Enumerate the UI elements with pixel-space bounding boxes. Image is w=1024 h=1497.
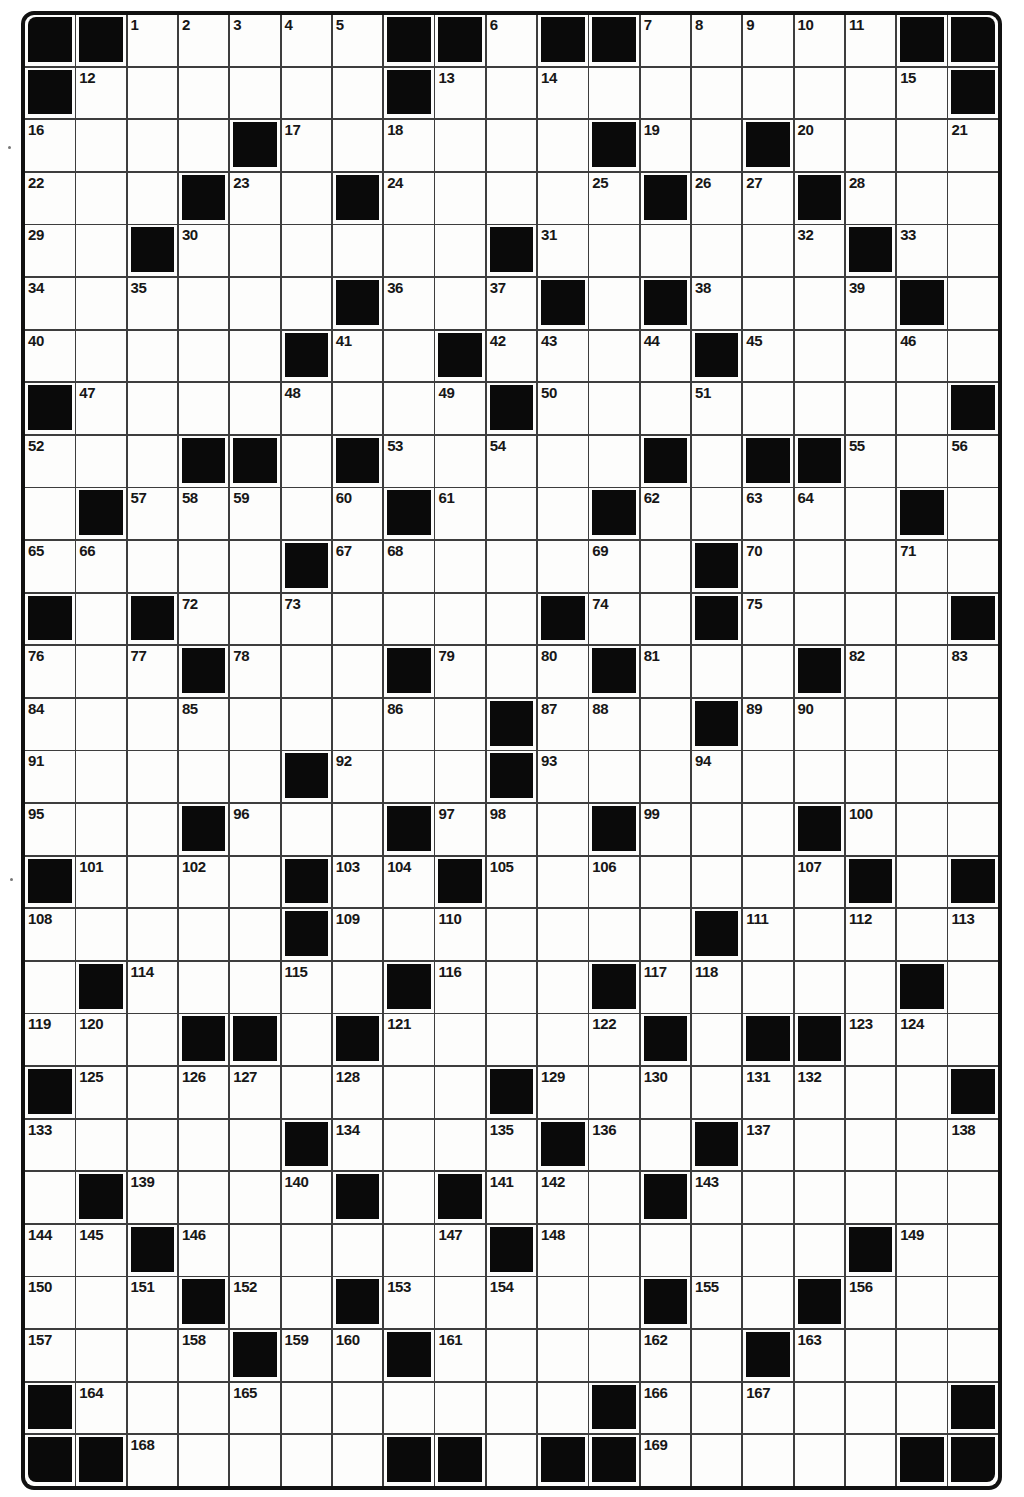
cell-r15-c18[interactable]	[948, 804, 998, 855]
cell-r7-c5[interactable]: 48	[282, 383, 332, 434]
cell-r7-c10[interactable]: 50	[538, 383, 588, 434]
cell-r8-c17[interactable]	[897, 436, 947, 487]
cell-r24-c10[interactable]	[538, 1277, 588, 1328]
cell-r11-c8[interactable]	[435, 594, 485, 645]
cell-r7-c6[interactable]	[333, 383, 383, 434]
cell-r3-c7[interactable]: 24	[384, 173, 434, 224]
cell-r15-c9[interactable]: 98	[487, 804, 537, 855]
cell-r26-c6[interactable]	[333, 1383, 383, 1434]
cell-r0-c12[interactable]: 7	[641, 15, 691, 66]
cell-r0-c4[interactable]: 3	[230, 15, 280, 66]
cell-r0-c13[interactable]: 8	[692, 15, 742, 66]
cell-r23-c5[interactable]	[282, 1225, 332, 1276]
cell-r9-c18[interactable]	[948, 488, 998, 539]
cell-r6-c14[interactable]: 45	[743, 331, 793, 382]
cell-r23-c0[interactable]: 144	[25, 1225, 75, 1276]
cell-r16-c11[interactable]: 106	[589, 857, 639, 908]
cell-r19-c8[interactable]	[435, 1014, 485, 1065]
cell-r9-c9[interactable]	[487, 488, 537, 539]
cell-r27-c5[interactable]	[282, 1435, 332, 1486]
cell-r6-c12[interactable]: 44	[641, 331, 691, 382]
cell-r24-c18[interactable]	[948, 1277, 998, 1328]
cell-r21-c18[interactable]: 138	[948, 1120, 998, 1171]
cell-r5-c1[interactable]	[76, 278, 126, 329]
cell-r20-c3[interactable]: 126	[179, 1067, 229, 1118]
cell-r27-c15[interactable]	[795, 1435, 845, 1486]
cell-r11-c1[interactable]	[76, 594, 126, 645]
cell-r25-c12[interactable]: 162	[641, 1330, 691, 1381]
cell-r17-c6[interactable]: 109	[333, 909, 383, 960]
cell-r8-c10[interactable]	[538, 436, 588, 487]
cell-r22-c0[interactable]	[25, 1172, 75, 1223]
cell-r3-c0[interactable]: 22	[25, 173, 75, 224]
cell-r8-c0[interactable]: 52	[25, 436, 75, 487]
cell-r5-c13[interactable]: 38	[692, 278, 742, 329]
cell-r8-c16[interactable]: 55	[846, 436, 896, 487]
cell-r23-c12[interactable]	[641, 1225, 691, 1276]
cell-r10-c2[interactable]	[128, 541, 178, 592]
cell-r4-c13[interactable]	[692, 225, 742, 276]
cell-r16-c1[interactable]: 101	[76, 857, 126, 908]
cell-r16-c15[interactable]: 107	[795, 857, 845, 908]
cell-r17-c4[interactable]	[230, 909, 280, 960]
cell-r5-c18[interactable]	[948, 278, 998, 329]
cell-r18-c3[interactable]	[179, 962, 229, 1013]
cell-r13-c2[interactable]	[128, 699, 178, 750]
cell-r18-c12[interactable]: 117	[641, 962, 691, 1013]
cell-r13-c5[interactable]	[282, 699, 332, 750]
cell-r22-c5[interactable]: 140	[282, 1172, 332, 1223]
cell-r18-c6[interactable]	[333, 962, 383, 1013]
cell-r4-c17[interactable]: 33	[897, 225, 947, 276]
cell-r9-c3[interactable]: 58	[179, 488, 229, 539]
cell-r6-c18[interactable]	[948, 331, 998, 382]
cell-r18-c13[interactable]: 118	[692, 962, 742, 1013]
cell-r24-c9[interactable]: 154	[487, 1277, 537, 1328]
cell-r3-c14[interactable]: 27	[743, 173, 793, 224]
cell-r4-c14[interactable]	[743, 225, 793, 276]
cell-r25-c17[interactable]	[897, 1330, 947, 1381]
cell-r3-c9[interactable]	[487, 173, 537, 224]
cell-r25-c18[interactable]	[948, 1330, 998, 1381]
cell-r20-c7[interactable]	[384, 1067, 434, 1118]
cell-r3-c5[interactable]	[282, 173, 332, 224]
cell-r4-c15[interactable]: 32	[795, 225, 845, 276]
cell-r10-c3[interactable]	[179, 541, 229, 592]
cell-r1-c16[interactable]	[846, 68, 896, 119]
cell-r1-c15[interactable]	[795, 68, 845, 119]
cell-r18-c10[interactable]	[538, 962, 588, 1013]
cell-r15-c14[interactable]	[743, 804, 793, 855]
cell-r7-c16[interactable]	[846, 383, 896, 434]
cell-r20-c2[interactable]	[128, 1067, 178, 1118]
cell-r6-c2[interactable]	[128, 331, 178, 382]
cell-r4-c8[interactable]	[435, 225, 485, 276]
cell-r20-c13[interactable]	[692, 1067, 742, 1118]
cell-r17-c11[interactable]	[589, 909, 639, 960]
cell-r3-c11[interactable]: 25	[589, 173, 639, 224]
cell-r3-c18[interactable]	[948, 173, 998, 224]
cell-r17-c12[interactable]	[641, 909, 691, 960]
cell-r9-c10[interactable]	[538, 488, 588, 539]
cell-r3-c16[interactable]: 28	[846, 173, 896, 224]
cell-r13-c4[interactable]	[230, 699, 280, 750]
cell-r10-c10[interactable]	[538, 541, 588, 592]
cell-r6-c7[interactable]	[384, 331, 434, 382]
cell-r8-c2[interactable]	[128, 436, 178, 487]
cell-r27-c3[interactable]	[179, 1435, 229, 1486]
cell-r9-c6[interactable]: 60	[333, 488, 383, 539]
cell-r19-c2[interactable]	[128, 1014, 178, 1065]
cell-r10-c6[interactable]: 67	[333, 541, 383, 592]
cell-r24-c16[interactable]: 156	[846, 1277, 896, 1328]
cell-r24-c17[interactable]	[897, 1277, 947, 1328]
cell-r26-c2[interactable]	[128, 1383, 178, 1434]
cell-r14-c3[interactable]	[179, 751, 229, 802]
cell-r19-c5[interactable]	[282, 1014, 332, 1065]
cell-r12-c0[interactable]: 76	[25, 646, 75, 697]
cell-r10-c0[interactable]: 65	[25, 541, 75, 592]
cell-r2-c8[interactable]	[435, 120, 485, 171]
cell-r16-c3[interactable]: 102	[179, 857, 229, 908]
cell-r3-c1[interactable]	[76, 173, 126, 224]
cell-r18-c4[interactable]	[230, 962, 280, 1013]
cell-r1-c5[interactable]	[282, 68, 332, 119]
cell-r12-c9[interactable]	[487, 646, 537, 697]
cell-r9-c15[interactable]: 64	[795, 488, 845, 539]
cell-r12-c6[interactable]	[333, 646, 383, 697]
cell-r5-c7[interactable]: 36	[384, 278, 434, 329]
cell-r1-c4[interactable]	[230, 68, 280, 119]
cell-r17-c8[interactable]: 110	[435, 909, 485, 960]
cell-r2-c15[interactable]: 20	[795, 120, 845, 171]
cell-r26-c13[interactable]	[692, 1383, 742, 1434]
cell-r1-c9[interactable]	[487, 68, 537, 119]
cell-r7-c13[interactable]: 51	[692, 383, 742, 434]
cell-r17-c2[interactable]	[128, 909, 178, 960]
cell-r14-c1[interactable]	[76, 751, 126, 802]
cell-r22-c15[interactable]	[795, 1172, 845, 1223]
cell-r0-c6[interactable]: 5	[333, 15, 383, 66]
cell-r18-c14[interactable]	[743, 962, 793, 1013]
cell-r4-c4[interactable]	[230, 225, 280, 276]
cell-r17-c0[interactable]: 108	[25, 909, 75, 960]
cell-r1-c10[interactable]: 14	[538, 68, 588, 119]
cell-r7-c8[interactable]: 49	[435, 383, 485, 434]
cell-r14-c7[interactable]	[384, 751, 434, 802]
cell-r26-c16[interactable]	[846, 1383, 896, 1434]
cell-r16-c7[interactable]: 104	[384, 857, 434, 908]
cell-r4-c12[interactable]	[641, 225, 691, 276]
cell-r27-c4[interactable]	[230, 1435, 280, 1486]
cell-r1-c6[interactable]	[333, 68, 383, 119]
cell-r14-c16[interactable]	[846, 751, 896, 802]
cell-r3-c8[interactable]	[435, 173, 485, 224]
cell-r21-c9[interactable]: 135	[487, 1120, 537, 1171]
cell-r1-c8[interactable]: 13	[435, 68, 485, 119]
cell-r22-c4[interactable]	[230, 1172, 280, 1223]
cell-r26-c17[interactable]	[897, 1383, 947, 1434]
cell-r26-c9[interactable]	[487, 1383, 537, 1434]
cell-r7-c15[interactable]	[795, 383, 845, 434]
cell-r17-c3[interactable]	[179, 909, 229, 960]
cell-r15-c2[interactable]	[128, 804, 178, 855]
cell-r6-c3[interactable]	[179, 331, 229, 382]
cell-r2-c7[interactable]: 18	[384, 120, 434, 171]
cell-r10-c4[interactable]	[230, 541, 280, 592]
cell-r24-c11[interactable]	[589, 1277, 639, 1328]
cell-r21-c1[interactable]	[76, 1120, 126, 1171]
cell-r5-c3[interactable]	[179, 278, 229, 329]
cell-r17-c7[interactable]	[384, 909, 434, 960]
cell-r23-c17[interactable]: 149	[897, 1225, 947, 1276]
cell-r6-c10[interactable]: 43	[538, 331, 588, 382]
cell-r9-c4[interactable]: 59	[230, 488, 280, 539]
cell-r19-c18[interactable]	[948, 1014, 998, 1065]
cell-r9-c2[interactable]: 57	[128, 488, 178, 539]
cell-r11-c16[interactable]	[846, 594, 896, 645]
cell-r11-c14[interactable]: 75	[743, 594, 793, 645]
cell-r14-c14[interactable]	[743, 751, 793, 802]
cell-r4-c7[interactable]	[384, 225, 434, 276]
cell-r11-c3[interactable]: 72	[179, 594, 229, 645]
cell-r24-c1[interactable]	[76, 1277, 126, 1328]
cell-r22-c10[interactable]: 142	[538, 1172, 588, 1223]
cell-r13-c6[interactable]	[333, 699, 383, 750]
cell-r12-c1[interactable]	[76, 646, 126, 697]
cell-r0-c5[interactable]: 4	[282, 15, 332, 66]
cell-r25-c0[interactable]: 157	[25, 1330, 75, 1381]
cell-r4-c10[interactable]: 31	[538, 225, 588, 276]
cell-r5-c0[interactable]: 34	[25, 278, 75, 329]
cell-r14-c12[interactable]	[641, 751, 691, 802]
cell-r23-c4[interactable]	[230, 1225, 280, 1276]
cell-r1-c17[interactable]: 15	[897, 68, 947, 119]
cell-r15-c17[interactable]	[897, 804, 947, 855]
cell-r14-c11[interactable]	[589, 751, 639, 802]
cell-r12-c17[interactable]	[897, 646, 947, 697]
cell-r5-c15[interactable]	[795, 278, 845, 329]
cell-r12-c13[interactable]	[692, 646, 742, 697]
cell-r0-c2[interactable]: 1	[128, 15, 178, 66]
cell-r24-c4[interactable]: 152	[230, 1277, 280, 1328]
cell-r2-c17[interactable]	[897, 120, 947, 171]
cell-r7-c7[interactable]	[384, 383, 434, 434]
cell-r20-c16[interactable]	[846, 1067, 896, 1118]
cell-r9-c0[interactable]	[25, 488, 75, 539]
cell-r1-c12[interactable]	[641, 68, 691, 119]
cell-r2-c0[interactable]: 16	[25, 120, 75, 171]
cell-r8-c8[interactable]	[435, 436, 485, 487]
cell-r19-c9[interactable]	[487, 1014, 537, 1065]
cell-r11-c9[interactable]	[487, 594, 537, 645]
cell-r26-c12[interactable]: 166	[641, 1383, 691, 1434]
cell-r10-c1[interactable]: 66	[76, 541, 126, 592]
cell-r8-c13[interactable]	[692, 436, 742, 487]
cell-r3-c13[interactable]: 26	[692, 173, 742, 224]
cell-r23-c7[interactable]	[384, 1225, 434, 1276]
cell-r9-c13[interactable]	[692, 488, 742, 539]
cell-r18-c5[interactable]: 115	[282, 962, 332, 1013]
cell-r15-c8[interactable]: 97	[435, 804, 485, 855]
cell-r17-c14[interactable]: 111	[743, 909, 793, 960]
cell-r15-c5[interactable]	[282, 804, 332, 855]
cell-r20-c11[interactable]	[589, 1067, 639, 1118]
cell-r11-c15[interactable]	[795, 594, 845, 645]
cell-r19-c0[interactable]: 119	[25, 1014, 75, 1065]
cell-r22-c14[interactable]	[743, 1172, 793, 1223]
cell-r10-c7[interactable]: 68	[384, 541, 434, 592]
cell-r15-c10[interactable]	[538, 804, 588, 855]
cell-r7-c4[interactable]	[230, 383, 280, 434]
cell-r3-c4[interactable]: 23	[230, 173, 280, 224]
cell-r14-c15[interactable]	[795, 751, 845, 802]
cell-r21-c15[interactable]	[795, 1120, 845, 1171]
cell-r4-c5[interactable]	[282, 225, 332, 276]
cell-r4-c3[interactable]: 30	[179, 225, 229, 276]
cell-r23-c6[interactable]	[333, 1225, 383, 1276]
cell-r4-c1[interactable]	[76, 225, 126, 276]
cell-r24-c2[interactable]: 151	[128, 1277, 178, 1328]
cell-r0-c3[interactable]: 2	[179, 15, 229, 66]
cell-r22-c13[interactable]: 143	[692, 1172, 742, 1223]
cell-r8-c7[interactable]: 53	[384, 436, 434, 487]
cell-r26-c10[interactable]	[538, 1383, 588, 1434]
cell-r9-c14[interactable]: 63	[743, 488, 793, 539]
cell-r16-c9[interactable]: 105	[487, 857, 537, 908]
cell-r25-c13[interactable]	[692, 1330, 742, 1381]
cell-r13-c10[interactable]: 87	[538, 699, 588, 750]
cell-r12-c12[interactable]: 81	[641, 646, 691, 697]
cell-r1-c2[interactable]	[128, 68, 178, 119]
cell-r2-c9[interactable]	[487, 120, 537, 171]
cell-r10-c9[interactable]	[487, 541, 537, 592]
cell-r25-c16[interactable]	[846, 1330, 896, 1381]
cell-r13-c12[interactable]	[641, 699, 691, 750]
cell-r26-c4[interactable]: 165	[230, 1383, 280, 1434]
cell-r2-c10[interactable]	[538, 120, 588, 171]
cell-r21-c14[interactable]: 137	[743, 1120, 793, 1171]
cell-r6-c11[interactable]	[589, 331, 639, 382]
cell-r25-c2[interactable]	[128, 1330, 178, 1381]
cell-r22-c17[interactable]	[897, 1172, 947, 1223]
cell-r8-c1[interactable]	[76, 436, 126, 487]
cell-r21-c0[interactable]: 133	[25, 1120, 75, 1171]
cell-r3-c2[interactable]	[128, 173, 178, 224]
cell-r13-c1[interactable]	[76, 699, 126, 750]
cell-r20-c4[interactable]: 127	[230, 1067, 280, 1118]
cell-r18-c16[interactable]	[846, 962, 896, 1013]
cell-r23-c13[interactable]	[692, 1225, 742, 1276]
cell-r7-c12[interactable]	[641, 383, 691, 434]
cell-r13-c0[interactable]: 84	[25, 699, 75, 750]
cell-r12-c14[interactable]	[743, 646, 793, 697]
cell-r25-c9[interactable]	[487, 1330, 537, 1381]
cell-r18-c9[interactable]	[487, 962, 537, 1013]
cell-r21-c8[interactable]	[435, 1120, 485, 1171]
cell-r13-c3[interactable]: 85	[179, 699, 229, 750]
cell-r14-c8[interactable]	[435, 751, 485, 802]
cell-r5-c16[interactable]: 39	[846, 278, 896, 329]
cell-r16-c6[interactable]: 103	[333, 857, 383, 908]
cell-r27-c16[interactable]	[846, 1435, 896, 1486]
cell-r20-c5[interactable]	[282, 1067, 332, 1118]
cell-r8-c11[interactable]	[589, 436, 639, 487]
cell-r11-c17[interactable]	[897, 594, 947, 645]
cell-r21-c3[interactable]	[179, 1120, 229, 1171]
cell-r27-c9[interactable]	[487, 1435, 537, 1486]
cell-r26-c8[interactable]	[435, 1383, 485, 1434]
cell-r12-c2[interactable]: 77	[128, 646, 178, 697]
cell-r2-c2[interactable]	[128, 120, 178, 171]
cell-r12-c5[interactable]	[282, 646, 332, 697]
cell-r15-c0[interactable]: 95	[25, 804, 75, 855]
cell-r17-c15[interactable]	[795, 909, 845, 960]
cell-r10-c17[interactable]: 71	[897, 541, 947, 592]
cell-r11-c4[interactable]	[230, 594, 280, 645]
cell-r10-c12[interactable]	[641, 541, 691, 592]
cell-r12-c16[interactable]: 82	[846, 646, 896, 697]
cell-r20-c6[interactable]: 128	[333, 1067, 383, 1118]
cell-r13-c14[interactable]: 89	[743, 699, 793, 750]
cell-r5-c5[interactable]	[282, 278, 332, 329]
cell-r14-c17[interactable]	[897, 751, 947, 802]
cell-r2-c1[interactable]	[76, 120, 126, 171]
cell-r26-c5[interactable]	[282, 1383, 332, 1434]
cell-r18-c0[interactable]	[25, 962, 75, 1013]
cell-r12-c10[interactable]: 80	[538, 646, 588, 697]
cell-r15-c1[interactable]	[76, 804, 126, 855]
cell-r25-c8[interactable]: 161	[435, 1330, 485, 1381]
cell-r4-c18[interactable]	[948, 225, 998, 276]
cell-r27-c12[interactable]: 169	[641, 1435, 691, 1486]
cell-r21-c16[interactable]	[846, 1120, 896, 1171]
cell-r9-c16[interactable]	[846, 488, 896, 539]
cell-r5-c11[interactable]	[589, 278, 639, 329]
cell-r14-c0[interactable]: 91	[25, 751, 75, 802]
cell-r23-c14[interactable]	[743, 1225, 793, 1276]
cell-r19-c13[interactable]	[692, 1014, 742, 1065]
cell-r24-c8[interactable]	[435, 1277, 485, 1328]
cell-r2-c5[interactable]: 17	[282, 120, 332, 171]
cell-r22-c18[interactable]	[948, 1172, 998, 1223]
cell-r20-c17[interactable]	[897, 1067, 947, 1118]
cell-r14-c18[interactable]	[948, 751, 998, 802]
cell-r26-c15[interactable]	[795, 1383, 845, 1434]
cell-r18-c8[interactable]: 116	[435, 962, 485, 1013]
cell-r23-c11[interactable]	[589, 1225, 639, 1276]
cell-r16-c10[interactable]	[538, 857, 588, 908]
cell-r11-c5[interactable]: 73	[282, 594, 332, 645]
cell-r14-c10[interactable]: 93	[538, 751, 588, 802]
cell-r23-c3[interactable]: 146	[179, 1225, 229, 1276]
cell-r24-c14[interactable]	[743, 1277, 793, 1328]
cell-r1-c1[interactable]: 12	[76, 68, 126, 119]
cell-r7-c17[interactable]	[897, 383, 947, 434]
cell-r25-c10[interactable]	[538, 1330, 588, 1381]
cell-r8-c18[interactable]: 56	[948, 436, 998, 487]
cell-r5-c2[interactable]: 35	[128, 278, 178, 329]
cell-r7-c3[interactable]	[179, 383, 229, 434]
cell-r2-c6[interactable]	[333, 120, 383, 171]
cell-r13-c16[interactable]	[846, 699, 896, 750]
cell-r4-c6[interactable]	[333, 225, 383, 276]
cell-r5-c4[interactable]	[230, 278, 280, 329]
cell-r0-c16[interactable]: 11	[846, 15, 896, 66]
cell-r2-c13[interactable]	[692, 120, 742, 171]
cell-r2-c16[interactable]	[846, 120, 896, 171]
cell-r18-c15[interactable]	[795, 962, 845, 1013]
